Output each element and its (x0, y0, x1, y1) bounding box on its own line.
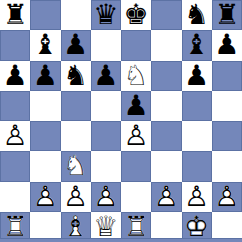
piece-black-bishop: ♝ (33, 31, 58, 59)
piece-white-pawn: ♟♙ (184, 183, 209, 211)
piece-white-king: ♚♔ (184, 213, 209, 241)
square-c8[interactable] (61, 0, 91, 30)
square-d3[interactable] (91, 151, 121, 181)
piece-black-knight: ♞ (63, 62, 88, 90)
square-a6[interactable]: ♟ (0, 61, 30, 91)
square-f4[interactable] (151, 121, 181, 151)
square-d5[interactable] (91, 91, 121, 121)
white-piece-outline: ♙ (33, 180, 58, 213)
square-e2[interactable] (121, 182, 151, 212)
white-piece-outline: ♙ (154, 180, 179, 213)
square-e8[interactable]: ♚ (121, 0, 151, 30)
board-bottom-edge (0, 238, 242, 242)
piece-black-pawn: ♟ (3, 62, 28, 90)
square-g6[interactable]: ♟ (182, 61, 212, 91)
white-piece-outline: ♙ (214, 180, 239, 213)
white-piece-outline: ♙ (63, 180, 88, 213)
square-f7[interactable] (151, 30, 181, 60)
square-b7[interactable]: ♝ (30, 30, 60, 60)
piece-white-pawn: ♟♙ (93, 183, 118, 211)
square-b3[interactable] (30, 151, 60, 181)
piece-black-pawn: ♟ (124, 92, 149, 120)
square-d6[interactable]: ♟ (91, 61, 121, 91)
chess-board: ♜♛♚♞♜♝♟♝♟♟♟♞♟♞♘♟♟♟♙♟♙♞♘♟♙♟♙♟♙♟♙♟♙♟♙♜♖♝♗♛… (0, 0, 242, 242)
white-piece-outline: ♘ (63, 149, 88, 182)
square-a4[interactable]: ♟♙ (0, 121, 30, 151)
square-c6[interactable]: ♞ (61, 61, 91, 91)
square-a2[interactable] (0, 182, 30, 212)
square-c5[interactable] (61, 91, 91, 121)
square-e6[interactable]: ♞♘ (121, 61, 151, 91)
piece-white-rook: ♜♖ (3, 213, 28, 241)
square-f5[interactable] (151, 91, 181, 121)
piece-black-rook: ♜ (214, 1, 239, 29)
white-piece-outline: ♙ (184, 180, 209, 213)
piece-black-pawn: ♟ (184, 62, 209, 90)
square-h7[interactable]: ♟ (212, 30, 242, 60)
square-e3[interactable] (121, 151, 151, 181)
square-b8[interactable] (30, 0, 60, 30)
square-f3[interactable] (151, 151, 181, 181)
square-h6[interactable] (212, 61, 242, 91)
square-c3[interactable]: ♞♘ (61, 151, 91, 181)
square-d8[interactable]: ♛ (91, 0, 121, 30)
white-piece-outline: ♙ (124, 119, 149, 152)
piece-white-knight: ♞♘ (63, 152, 88, 180)
piece-black-pawn: ♟ (63, 31, 88, 59)
square-g5[interactable] (182, 91, 212, 121)
white-piece-outline: ♙ (3, 119, 28, 152)
piece-white-rook: ♜♖ (124, 213, 149, 241)
square-h5[interactable] (212, 91, 242, 121)
piece-white-pawn: ♟♙ (63, 183, 88, 211)
piece-black-bishop: ♝ (184, 31, 209, 59)
square-f8[interactable] (151, 0, 181, 30)
square-d7[interactable] (91, 30, 121, 60)
piece-black-pawn: ♟ (33, 62, 58, 90)
square-h4[interactable] (212, 121, 242, 151)
piece-black-pawn: ♟ (214, 31, 239, 59)
square-f2[interactable]: ♟♙ (151, 182, 181, 212)
square-g4[interactable] (182, 121, 212, 151)
piece-white-queen: ♛♕ (93, 213, 118, 241)
square-e4[interactable]: ♟♙ (121, 121, 151, 151)
piece-white-pawn: ♟♙ (33, 183, 58, 211)
piece-black-pawn: ♟ (93, 62, 118, 90)
square-d2[interactable]: ♟♙ (91, 182, 121, 212)
piece-white-pawn: ♟♙ (3, 122, 28, 150)
square-h2[interactable]: ♟♙ (212, 182, 242, 212)
square-b2[interactable]: ♟♙ (30, 182, 60, 212)
white-piece-outline: ♙ (93, 180, 118, 213)
square-d4[interactable] (91, 121, 121, 151)
square-g3[interactable] (182, 151, 212, 181)
piece-white-pawn: ♟♙ (154, 183, 179, 211)
square-b5[interactable] (30, 91, 60, 121)
piece-white-knight: ♞♘ (124, 62, 149, 90)
square-g2[interactable]: ♟♙ (182, 182, 212, 212)
square-b4[interactable] (30, 121, 60, 151)
square-g8[interactable]: ♞ (182, 0, 212, 30)
piece-black-rook: ♜ (3, 1, 28, 29)
square-a8[interactable]: ♜ (0, 0, 30, 30)
square-f6[interactable] (151, 61, 181, 91)
white-piece-outline: ♘ (124, 59, 149, 92)
piece-black-queen: ♛ (93, 1, 118, 29)
piece-white-bishop: ♝♗ (63, 213, 88, 241)
piece-white-pawn: ♟♙ (124, 122, 149, 150)
square-g7[interactable]: ♝ (182, 30, 212, 60)
square-e5[interactable]: ♟ (121, 91, 151, 121)
square-a5[interactable] (0, 91, 30, 121)
square-c2[interactable]: ♟♙ (61, 182, 91, 212)
square-h8[interactable]: ♜ (212, 0, 242, 30)
square-a7[interactable] (0, 30, 30, 60)
square-h3[interactable] (212, 151, 242, 181)
piece-white-pawn: ♟♙ (214, 183, 239, 211)
piece-black-knight: ♞ (184, 1, 209, 29)
square-a3[interactable] (0, 151, 30, 181)
square-b6[interactable]: ♟ (30, 61, 60, 91)
square-c7[interactable]: ♟ (61, 30, 91, 60)
square-c4[interactable] (61, 121, 91, 151)
piece-black-king: ♚ (124, 1, 149, 29)
square-e7[interactable] (121, 30, 151, 60)
